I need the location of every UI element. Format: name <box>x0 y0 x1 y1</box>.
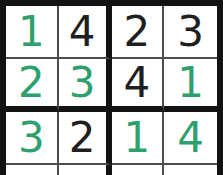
cell-r3c2[interactable]: 2 <box>59 112 112 165</box>
cell-r4c1[interactable] <box>6 165 59 175</box>
cell-r3c4[interactable]: 4 <box>164 112 217 165</box>
cell-r2c4[interactable]: 1 <box>164 59 217 112</box>
cell-r2c3[interactable]: 4 <box>112 59 165 112</box>
sudoku-viewport: 1 4 2 3 2 3 4 1 3 2 1 4 <box>0 0 223 175</box>
cell-r1c3[interactable]: 2 <box>112 6 165 59</box>
cell-r2c1[interactable]: 2 <box>6 59 59 112</box>
cell-r4c4[interactable] <box>164 165 217 175</box>
cell-r1c4[interactable]: 3 <box>164 6 217 59</box>
cell-r4c2[interactable] <box>59 165 112 175</box>
cell-r2c2[interactable]: 3 <box>59 59 112 112</box>
cell-r3c3[interactable]: 1 <box>112 112 165 165</box>
cell-r1c1[interactable]: 1 <box>6 6 59 59</box>
sudoku-board: 1 4 2 3 2 3 4 1 3 2 1 4 <box>0 0 223 175</box>
cell-r3c1[interactable]: 3 <box>6 112 59 165</box>
cell-r1c2[interactable]: 4 <box>59 6 112 59</box>
cell-r4c3[interactable] <box>112 165 165 175</box>
